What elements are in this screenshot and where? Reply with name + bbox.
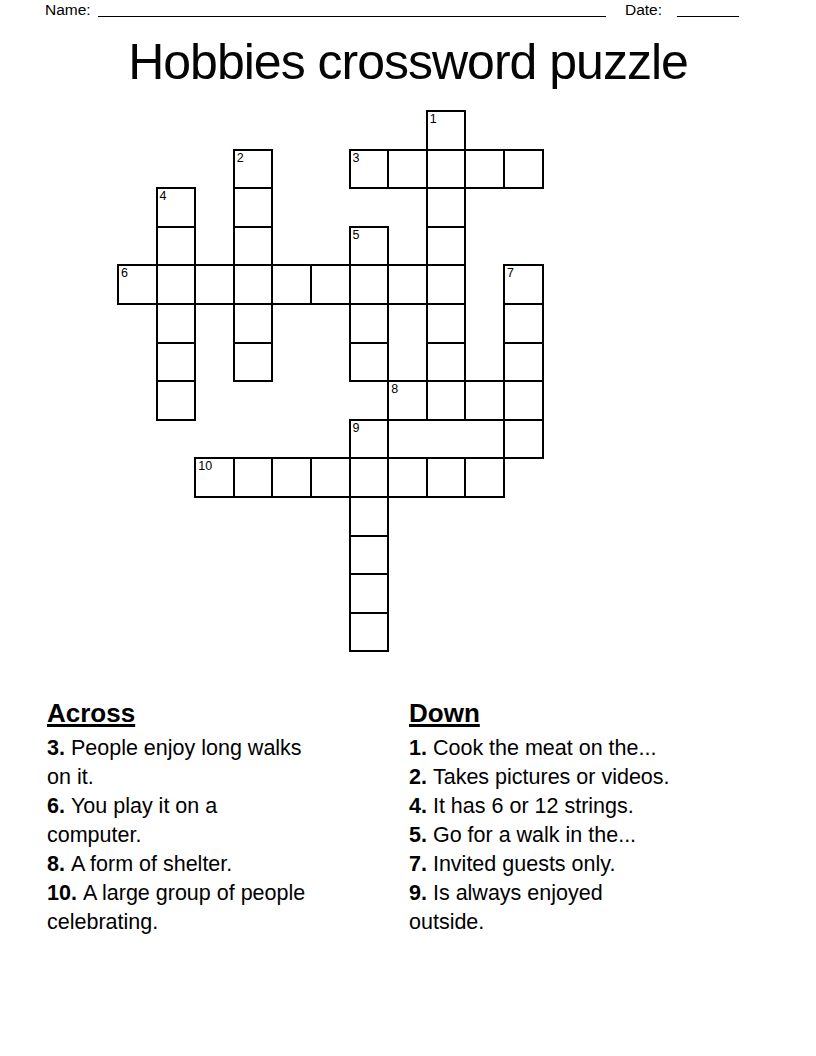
grid-cell-r4c5[interactable]: [310, 264, 351, 305]
cell-number-6: 6: [121, 266, 128, 280]
grid-cell-r3c6[interactable]: 5: [349, 226, 390, 267]
across-clues-section: Across 3.People enjoy long walkson it.6.…: [47, 698, 397, 937]
grid-cell-r4c7[interactable]: [387, 264, 428, 305]
grid-cell-r6c3[interactable]: [233, 342, 274, 383]
grid-cell-r7c10[interactable]: [503, 380, 544, 421]
grid-cell-r7c1[interactable]: [156, 380, 197, 421]
clue-number: 3.: [47, 736, 65, 760]
clue-down-2: 2.Takes pictures or videos.: [409, 763, 794, 792]
grid-cell-r8c6[interactable]: 9: [349, 419, 390, 460]
grid-cell-r2c3[interactable]: [233, 187, 274, 228]
grid-cell-r9c7[interactable]: [387, 457, 428, 498]
down-heading: Down: [409, 698, 794, 729]
clue-down-4: 4.It has 6 or 12 strings.: [409, 792, 794, 821]
cell-number-1: 1: [430, 112, 437, 126]
clue-number: 6.: [47, 794, 65, 818]
clue-down-9: 9.Is always enjoyedoutside.: [409, 879, 794, 937]
grid-cell-r6c8[interactable]: [426, 342, 467, 383]
grid-cell-r6c1[interactable]: [156, 342, 197, 383]
grid-cell-r5c10[interactable]: [503, 303, 544, 344]
crossword-grid[interactable]: 12345678910: [117, 110, 545, 654]
clue-across-3: 3.People enjoy long walkson it.: [47, 734, 397, 792]
grid-cell-r0c8[interactable]: 1: [426, 110, 467, 151]
across-clue-list: 3.People enjoy long walkson it.6.You pla…: [47, 734, 397, 937]
grid-cell-r4c1[interactable]: [156, 264, 197, 305]
grid-cell-r1c10[interactable]: [503, 149, 544, 190]
grid-cell-r13c6[interactable]: [349, 612, 390, 653]
grid-cell-r11c6[interactable]: [349, 535, 390, 576]
clue-across-6: 6.You play it on acomputer.: [47, 792, 397, 850]
grid-cell-r8c10[interactable]: [503, 419, 544, 460]
clue-down-7: 7.Invited guests only.: [409, 850, 794, 879]
clue-down-1: 1.Cook the meat on the...: [409, 734, 794, 763]
clue-across-8: 8.A form of shelter.: [47, 850, 397, 879]
grid-cell-r7c8[interactable]: [426, 380, 467, 421]
grid-cell-r9c2[interactable]: 10: [194, 457, 235, 498]
grid-cell-r7c7[interactable]: 8: [387, 380, 428, 421]
grid-cell-r4c6[interactable]: [349, 264, 390, 305]
grid-cell-r10c6[interactable]: [349, 496, 390, 537]
cell-number-3: 3: [353, 151, 360, 165]
grid-cell-r2c1[interactable]: 4: [156, 187, 197, 228]
grid-cell-r4c8[interactable]: [426, 264, 467, 305]
cell-number-5: 5: [353, 228, 360, 242]
clue-number: 5.: [409, 823, 427, 847]
date-input-line[interactable]: [677, 16, 739, 17]
grid-cell-r1c9[interactable]: [464, 149, 505, 190]
clue-number: 2.: [409, 765, 427, 789]
cell-number-8: 8: [391, 382, 398, 396]
down-clues-section: Down 1.Cook the meat on the...2.Takes pi…: [409, 698, 794, 937]
clue-number: 7.: [409, 852, 427, 876]
cell-number-9: 9: [353, 421, 360, 435]
grid-cell-r1c8[interactable]: [426, 149, 467, 190]
grid-cell-r5c6[interactable]: [349, 303, 390, 344]
grid-cell-r9c4[interactable]: [271, 457, 312, 498]
clue-down-5: 5.Go for a walk in the...: [409, 821, 794, 850]
down-clue-list: 1.Cook the meat on the...2.Takes picture…: [409, 734, 794, 937]
cell-number-7: 7: [507, 266, 514, 280]
grid-cell-r9c8[interactable]: [426, 457, 467, 498]
grid-cell-r9c5[interactable]: [310, 457, 351, 498]
cell-number-10: 10: [198, 459, 212, 473]
grid-cell-r1c6[interactable]: 3: [349, 149, 390, 190]
grid-cell-r3c3[interactable]: [233, 226, 274, 267]
grid-cell-r4c0[interactable]: 6: [117, 264, 158, 305]
grid-cell-r6c6[interactable]: [349, 342, 390, 383]
page-title: Hobbies crossword puzzle: [0, 33, 816, 91]
cell-number-4: 4: [160, 189, 167, 203]
clue-number: 1.: [409, 736, 427, 760]
grid-cell-r3c8[interactable]: [426, 226, 467, 267]
clue-number: 9.: [409, 881, 427, 905]
worksheet-page: Name: Date: Hobbies crossword puzzle 123…: [0, 0, 816, 1056]
grid-cell-r2c8[interactable]: [426, 187, 467, 228]
grid-cell-r4c10[interactable]: 7: [503, 264, 544, 305]
grid-cell-r6c10[interactable]: [503, 342, 544, 383]
clue-number: 8.: [47, 852, 65, 876]
grid-cell-r5c1[interactable]: [156, 303, 197, 344]
clue-across-10: 10.A large group of peoplecelebrating.: [47, 879, 397, 937]
grid-cell-r9c3[interactable]: [233, 457, 274, 498]
cell-number-2: 2: [237, 151, 244, 165]
grid-cell-r1c3[interactable]: 2: [233, 149, 274, 190]
clue-number: 4.: [409, 794, 427, 818]
grid-cell-r4c4[interactable]: [271, 264, 312, 305]
grid-cell-r5c3[interactable]: [233, 303, 274, 344]
name-label: Name:: [45, 1, 91, 19]
grid-cell-r1c7[interactable]: [387, 149, 428, 190]
clue-number: 10.: [47, 881, 77, 905]
grid-cell-r9c9[interactable]: [464, 457, 505, 498]
grid-cell-r5c8[interactable]: [426, 303, 467, 344]
grid-cell-r7c9[interactable]: [464, 380, 505, 421]
grid-cell-r9c6[interactable]: [349, 457, 390, 498]
grid-cell-r4c2[interactable]: [194, 264, 235, 305]
across-heading: Across: [47, 698, 397, 729]
grid-cell-r12c6[interactable]: [349, 573, 390, 614]
grid-cell-r3c1[interactable]: [156, 226, 197, 267]
date-label: Date:: [625, 1, 662, 19]
grid-cell-r4c3[interactable]: [233, 264, 274, 305]
name-input-line[interactable]: [98, 16, 606, 17]
